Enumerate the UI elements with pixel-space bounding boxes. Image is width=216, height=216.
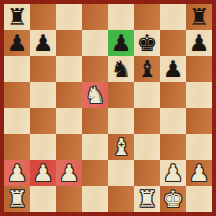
square-h4[interactable] — [186, 108, 212, 134]
square-e3[interactable]: ♝ — [108, 134, 134, 160]
square-f1[interactable]: ♜ — [134, 186, 160, 212]
square-g3[interactable] — [160, 134, 186, 160]
chess-board: ♜♜♟♟♟♚♟♞♝♟♞♝♟♟♟♟♟♜♜♚ — [4, 4, 212, 212]
black-rook[interactable]: ♜ — [7, 4, 28, 30]
square-a6[interactable] — [4, 56, 30, 82]
square-e2[interactable] — [108, 160, 134, 186]
square-f5[interactable] — [134, 82, 160, 108]
square-c7[interactable] — [56, 30, 82, 56]
square-g7[interactable] — [160, 30, 186, 56]
black-pawn[interactable]: ♟ — [163, 56, 184, 82]
square-c2[interactable]: ♟ — [56, 160, 82, 186]
white-pawn[interactable]: ♟ — [59, 160, 80, 186]
square-f8[interactable] — [134, 4, 160, 30]
white-knight[interactable]: ♞ — [85, 82, 106, 108]
white-rook[interactable]: ♜ — [137, 186, 158, 212]
black-bishop[interactable]: ♝ — [137, 56, 158, 82]
square-g1[interactable]: ♚ — [160, 186, 186, 212]
black-pawn[interactable]: ♟ — [7, 30, 28, 56]
square-a8[interactable]: ♜ — [4, 4, 30, 30]
square-c1[interactable] — [56, 186, 82, 212]
square-f3[interactable] — [134, 134, 160, 160]
square-g6[interactable]: ♟ — [160, 56, 186, 82]
square-b1[interactable] — [30, 186, 56, 212]
square-d1[interactable] — [82, 186, 108, 212]
square-a5[interactable] — [4, 82, 30, 108]
square-d3[interactable] — [82, 134, 108, 160]
square-e7[interactable]: ♟ — [108, 30, 134, 56]
white-pawn[interactable]: ♟ — [189, 160, 210, 186]
white-pawn[interactable]: ♟ — [7, 160, 28, 186]
white-pawn[interactable]: ♟ — [163, 160, 184, 186]
square-a4[interactable] — [4, 108, 30, 134]
square-d5[interactable]: ♞ — [82, 82, 108, 108]
square-b2[interactable]: ♟ — [30, 160, 56, 186]
white-king[interactable]: ♚ — [163, 186, 184, 212]
black-pawn[interactable]: ♟ — [33, 30, 54, 56]
square-b5[interactable] — [30, 82, 56, 108]
white-bishop[interactable]: ♝ — [111, 134, 132, 160]
square-f2[interactable] — [134, 160, 160, 186]
square-h8[interactable]: ♜ — [186, 4, 212, 30]
square-d4[interactable] — [82, 108, 108, 134]
square-h6[interactable] — [186, 56, 212, 82]
square-b6[interactable] — [30, 56, 56, 82]
square-d8[interactable] — [82, 4, 108, 30]
square-h7[interactable]: ♟ — [186, 30, 212, 56]
square-b4[interactable] — [30, 108, 56, 134]
square-g8[interactable] — [160, 4, 186, 30]
square-f6[interactable]: ♝ — [134, 56, 160, 82]
square-e6[interactable]: ♞ — [108, 56, 134, 82]
black-rook[interactable]: ♜ — [189, 4, 210, 30]
square-f7[interactable]: ♚ — [134, 30, 160, 56]
square-a3[interactable] — [4, 134, 30, 160]
black-pawn[interactable]: ♟ — [189, 30, 210, 56]
square-d6[interactable] — [82, 56, 108, 82]
square-e1[interactable] — [108, 186, 134, 212]
square-h2[interactable]: ♟ — [186, 160, 212, 186]
square-c4[interactable] — [56, 108, 82, 134]
square-g5[interactable] — [160, 82, 186, 108]
square-f4[interactable] — [134, 108, 160, 134]
square-c3[interactable] — [56, 134, 82, 160]
square-e8[interactable] — [108, 4, 134, 30]
square-g4[interactable] — [160, 108, 186, 134]
white-rook[interactable]: ♜ — [7, 186, 28, 212]
square-h3[interactable] — [186, 134, 212, 160]
square-e5[interactable] — [108, 82, 134, 108]
square-c8[interactable] — [56, 4, 82, 30]
square-b3[interactable] — [30, 134, 56, 160]
square-b8[interactable] — [30, 4, 56, 30]
square-b7[interactable]: ♟ — [30, 30, 56, 56]
black-king[interactable]: ♚ — [137, 30, 158, 56]
square-d7[interactable] — [82, 30, 108, 56]
square-a2[interactable]: ♟ — [4, 160, 30, 186]
square-h5[interactable] — [186, 82, 212, 108]
black-pawn[interactable]: ♟ — [111, 30, 132, 56]
square-h1[interactable] — [186, 186, 212, 212]
square-e4[interactable] — [108, 108, 134, 134]
chess-board-frame: ♜♜♟♟♟♚♟♞♝♟♞♝♟♟♟♟♟♜♜♚ — [0, 0, 216, 216]
square-d2[interactable] — [82, 160, 108, 186]
square-g2[interactable]: ♟ — [160, 160, 186, 186]
square-a1[interactable]: ♜ — [4, 186, 30, 212]
square-c6[interactable] — [56, 56, 82, 82]
black-knight[interactable]: ♞ — [111, 56, 132, 82]
square-a7[interactable]: ♟ — [4, 30, 30, 56]
white-pawn[interactable]: ♟ — [33, 160, 54, 186]
square-c5[interactable] — [56, 82, 82, 108]
